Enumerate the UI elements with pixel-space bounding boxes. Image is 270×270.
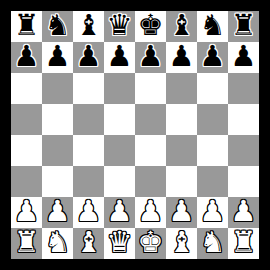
- square-h8[interactable]: ♜: [228, 11, 259, 42]
- square-d1[interactable]: ♛: [104, 228, 135, 259]
- piece-white-knight[interactable]: ♞: [200, 228, 226, 258]
- square-a3[interactable]: [11, 166, 42, 197]
- square-d2[interactable]: ♟: [104, 197, 135, 228]
- square-f3[interactable]: [166, 166, 197, 197]
- piece-black-pawn[interactable]: ♟: [169, 42, 195, 72]
- square-h4[interactable]: [228, 135, 259, 166]
- piece-black-king[interactable]: ♚: [138, 11, 164, 41]
- square-a1[interactable]: ♜: [11, 228, 42, 259]
- square-g3[interactable]: [197, 166, 228, 197]
- square-c2[interactable]: ♟: [73, 197, 104, 228]
- square-e8[interactable]: ♚: [135, 11, 166, 42]
- square-b3[interactable]: [42, 166, 73, 197]
- square-h6[interactable]: [228, 73, 259, 104]
- piece-black-pawn[interactable]: ♟: [107, 42, 133, 72]
- square-g5[interactable]: [197, 104, 228, 135]
- square-h7[interactable]: ♟: [228, 42, 259, 73]
- square-g6[interactable]: [197, 73, 228, 104]
- square-c1[interactable]: ♝: [73, 228, 104, 259]
- square-h3[interactable]: [228, 166, 259, 197]
- piece-white-knight[interactable]: ♞: [45, 228, 71, 258]
- chess-board: ♜♞♝♛♚♝♞♜♟♟♟♟♟♟♟♟♟♟♟♟♟♟♟♟♜♞♝♛♚♝♞♜: [11, 11, 259, 259]
- piece-black-pawn[interactable]: ♟: [14, 42, 40, 72]
- piece-black-pawn[interactable]: ♟: [76, 42, 102, 72]
- piece-white-pawn[interactable]: ♟: [231, 197, 257, 227]
- window-frame: ♜♞♝♛♚♝♞♜♟♟♟♟♟♟♟♟♟♟♟♟♟♟♟♟♜♞♝♛♚♝♞♜: [0, 0, 270, 270]
- square-d5[interactable]: [104, 104, 135, 135]
- square-h2[interactable]: ♟: [228, 197, 259, 228]
- square-g4[interactable]: [197, 135, 228, 166]
- piece-white-rook[interactable]: ♜: [231, 228, 257, 258]
- square-e7[interactable]: ♟: [135, 42, 166, 73]
- square-d3[interactable]: [104, 166, 135, 197]
- piece-black-pawn[interactable]: ♟: [231, 42, 257, 72]
- square-c4[interactable]: [73, 135, 104, 166]
- square-b4[interactable]: [42, 135, 73, 166]
- square-e6[interactable]: [135, 73, 166, 104]
- square-a7[interactable]: ♟: [11, 42, 42, 73]
- square-c7[interactable]: ♟: [73, 42, 104, 73]
- piece-black-knight[interactable]: ♞: [200, 11, 226, 41]
- square-g8[interactable]: ♞: [197, 11, 228, 42]
- square-f4[interactable]: [166, 135, 197, 166]
- square-b1[interactable]: ♞: [42, 228, 73, 259]
- piece-white-pawn[interactable]: ♟: [107, 197, 133, 227]
- piece-white-king[interactable]: ♚: [138, 228, 164, 258]
- square-f2[interactable]: ♟: [166, 197, 197, 228]
- square-c8[interactable]: ♝: [73, 11, 104, 42]
- piece-black-rook[interactable]: ♜: [14, 11, 40, 41]
- square-e2[interactable]: ♟: [135, 197, 166, 228]
- piece-black-queen[interactable]: ♛: [107, 11, 133, 41]
- square-f1[interactable]: ♝: [166, 228, 197, 259]
- piece-black-pawn[interactable]: ♟: [45, 42, 71, 72]
- piece-black-rook[interactable]: ♜: [231, 11, 257, 41]
- square-b8[interactable]: ♞: [42, 11, 73, 42]
- square-g1[interactable]: ♞: [197, 228, 228, 259]
- square-f6[interactable]: [166, 73, 197, 104]
- square-f5[interactable]: [166, 104, 197, 135]
- square-a6[interactable]: [11, 73, 42, 104]
- square-d6[interactable]: [104, 73, 135, 104]
- square-c3[interactable]: [73, 166, 104, 197]
- square-c5[interactable]: [73, 104, 104, 135]
- piece-white-pawn[interactable]: ♟: [200, 197, 226, 227]
- piece-black-bishop[interactable]: ♝: [169, 11, 195, 41]
- piece-white-rook[interactable]: ♜: [14, 228, 40, 258]
- piece-white-pawn[interactable]: ♟: [169, 197, 195, 227]
- square-e5[interactable]: [135, 104, 166, 135]
- piece-black-pawn[interactable]: ♟: [200, 42, 226, 72]
- square-a2[interactable]: ♟: [11, 197, 42, 228]
- square-b6[interactable]: [42, 73, 73, 104]
- piece-white-pawn[interactable]: ♟: [14, 197, 40, 227]
- square-d7[interactable]: ♟: [104, 42, 135, 73]
- piece-white-pawn[interactable]: ♟: [138, 197, 164, 227]
- square-e3[interactable]: [135, 166, 166, 197]
- square-c6[interactable]: [73, 73, 104, 104]
- square-d8[interactable]: ♛: [104, 11, 135, 42]
- piece-white-queen[interactable]: ♛: [107, 228, 133, 258]
- square-f8[interactable]: ♝: [166, 11, 197, 42]
- piece-black-knight[interactable]: ♞: [45, 11, 71, 41]
- piece-white-bishop[interactable]: ♝: [169, 228, 195, 258]
- square-b5[interactable]: [42, 104, 73, 135]
- square-g2[interactable]: ♟: [197, 197, 228, 228]
- square-a4[interactable]: [11, 135, 42, 166]
- square-a5[interactable]: [11, 104, 42, 135]
- square-h5[interactable]: [228, 104, 259, 135]
- square-e1[interactable]: ♚: [135, 228, 166, 259]
- square-d4[interactable]: [104, 135, 135, 166]
- square-h1[interactable]: ♜: [228, 228, 259, 259]
- square-a8[interactable]: ♜: [11, 11, 42, 42]
- piece-black-bishop[interactable]: ♝: [76, 11, 102, 41]
- square-g7[interactable]: ♟: [197, 42, 228, 73]
- piece-black-pawn[interactable]: ♟: [138, 42, 164, 72]
- square-b7[interactable]: ♟: [42, 42, 73, 73]
- square-e4[interactable]: [135, 135, 166, 166]
- square-f7[interactable]: ♟: [166, 42, 197, 73]
- piece-white-pawn[interactable]: ♟: [45, 197, 71, 227]
- piece-white-pawn[interactable]: ♟: [76, 197, 102, 227]
- piece-white-bishop[interactable]: ♝: [76, 228, 102, 258]
- square-b2[interactable]: ♟: [42, 197, 73, 228]
